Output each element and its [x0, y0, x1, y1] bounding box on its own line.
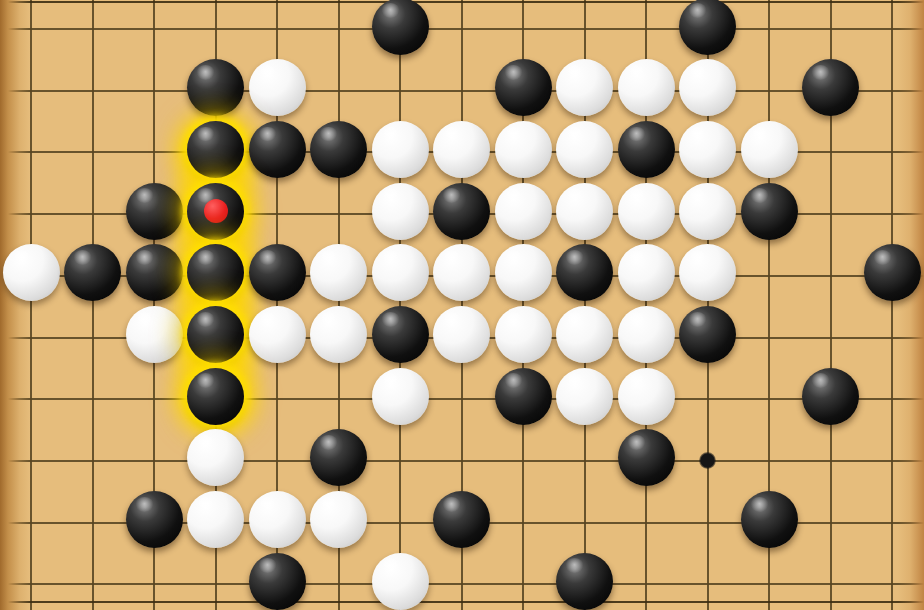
- stone-gloss: [565, 373, 584, 388]
- stone-white: [310, 306, 367, 363]
- stone-white: [556, 368, 613, 425]
- stone-gloss: [688, 127, 707, 142]
- stone-gloss: [688, 250, 707, 265]
- stone-black: [741, 491, 798, 548]
- stone-gloss: [135, 312, 154, 327]
- stone-gloss: [135, 250, 154, 265]
- stone-gloss: [688, 188, 707, 203]
- stone-black: [126, 244, 183, 301]
- stone-gloss: [381, 250, 400, 265]
- stone-white: [495, 121, 552, 178]
- stone-gloss: [627, 250, 646, 265]
- stone-black: [187, 244, 244, 301]
- stone-black: [310, 121, 367, 178]
- stone-black: [187, 121, 244, 178]
- stone-black: [618, 429, 675, 486]
- board-left-edge-shading: [0, 0, 30, 610]
- stone-black: [679, 0, 736, 55]
- stone-white: [372, 368, 429, 425]
- last-move-marker: [204, 199, 228, 223]
- stone-gloss: [442, 250, 461, 265]
- stone-gloss: [135, 188, 154, 203]
- stone-gloss: [196, 250, 215, 265]
- stone-white: [495, 306, 552, 363]
- stone-gloss: [873, 250, 892, 265]
- stone-gloss: [196, 127, 215, 142]
- stone-black: [249, 121, 306, 178]
- stone-gloss: [504, 373, 523, 388]
- stone-gloss: [196, 497, 215, 512]
- stone-black: [187, 368, 244, 425]
- stone-white: [618, 244, 675, 301]
- stone-black: [741, 183, 798, 240]
- stone-black: [679, 306, 736, 363]
- stone-white: [187, 429, 244, 486]
- grid-line-h-6: [0, 398, 924, 400]
- stone-black: [372, 0, 429, 55]
- grid-line-h-9: [0, 583, 924, 585]
- stone-black: [126, 491, 183, 548]
- stone-white: [249, 491, 306, 548]
- stone-white: [618, 59, 675, 116]
- stone-gloss: [12, 250, 31, 265]
- stone-black: [249, 553, 306, 610]
- stone-black: [126, 183, 183, 240]
- stone-gloss: [504, 312, 523, 327]
- stone-gloss: [135, 497, 154, 512]
- stone-gloss: [196, 65, 215, 80]
- stone-gloss: [258, 65, 277, 80]
- stone-gloss: [504, 65, 523, 80]
- stone-gloss: [258, 127, 277, 142]
- stone-white: [556, 183, 613, 240]
- stone-gloss: [319, 497, 338, 512]
- stone-black: [556, 244, 613, 301]
- stone-gloss: [381, 558, 400, 573]
- board-edge-top: [0, 1, 924, 3]
- stone-black: [802, 59, 859, 116]
- stone-gloss: [442, 312, 461, 327]
- stone-gloss: [627, 312, 646, 327]
- stone-gloss: [811, 373, 830, 388]
- grid-line-h-0: [0, 28, 924, 30]
- stone-gloss: [627, 435, 646, 450]
- stone-white: [495, 183, 552, 240]
- stone-gloss: [381, 312, 400, 327]
- stone-gloss: [442, 188, 461, 203]
- board-right-edge-shading: [898, 0, 924, 610]
- stone-white: [3, 244, 60, 301]
- stone-white: [372, 183, 429, 240]
- stone-gloss: [381, 373, 400, 388]
- stone-black: [249, 244, 306, 301]
- stone-gloss: [319, 250, 338, 265]
- stone-gloss: [258, 250, 277, 265]
- stone-black: [64, 244, 121, 301]
- stone-black: [495, 59, 552, 116]
- stone-gloss: [381, 188, 400, 203]
- stone-gloss: [627, 188, 646, 203]
- stone-gloss: [565, 65, 584, 80]
- stone-black: [618, 121, 675, 178]
- stone-white: [495, 244, 552, 301]
- stone-gloss: [688, 65, 707, 80]
- stone-gloss: [258, 497, 277, 512]
- stone-gloss: [319, 435, 338, 450]
- stone-white: [249, 59, 306, 116]
- stone-black: [433, 491, 490, 548]
- stone-white: [249, 306, 306, 363]
- stone-white: [372, 553, 429, 610]
- goban[interactable]: [0, 0, 924, 610]
- stone-black: [556, 553, 613, 610]
- stone-white: [679, 244, 736, 301]
- stone-white: [310, 244, 367, 301]
- stone-gloss: [565, 250, 584, 265]
- stone-white: [679, 59, 736, 116]
- stone-gloss: [504, 127, 523, 142]
- stone-gloss: [442, 497, 461, 512]
- stone-gloss: [504, 250, 523, 265]
- stone-gloss: [565, 312, 584, 327]
- stone-gloss: [688, 312, 707, 327]
- stone-gloss: [811, 65, 830, 80]
- stone-gloss: [504, 188, 523, 203]
- stone-white: [372, 121, 429, 178]
- stone-white: [433, 306, 490, 363]
- stone-black: [187, 59, 244, 116]
- stone-white: [618, 368, 675, 425]
- stone-gloss: [196, 312, 215, 327]
- grid-line-h-7: [0, 460, 924, 462]
- stone-white: [372, 244, 429, 301]
- stone-black: [433, 183, 490, 240]
- stone-white: [556, 121, 613, 178]
- stone-gloss: [258, 312, 277, 327]
- stone-white: [433, 121, 490, 178]
- stone-gloss: [442, 127, 461, 142]
- stone-gloss: [750, 188, 769, 203]
- grid-line-h-1: [0, 90, 924, 92]
- stone-gloss: [627, 127, 646, 142]
- stone-black: [495, 368, 552, 425]
- stone-white: [187, 491, 244, 548]
- stone-white: [618, 306, 675, 363]
- stone-gloss: [688, 3, 707, 18]
- stone-black: [187, 183, 244, 240]
- stone-gloss: [381, 127, 400, 142]
- stone-gloss: [565, 558, 584, 573]
- stone-white: [741, 121, 798, 178]
- stone-white: [310, 491, 367, 548]
- stone-black: [310, 429, 367, 486]
- stone-gloss: [627, 373, 646, 388]
- stone-gloss: [565, 188, 584, 203]
- stone-gloss: [627, 65, 646, 80]
- stone-gloss: [750, 127, 769, 142]
- stone-gloss: [196, 373, 215, 388]
- board-edge-bottom: [0, 601, 924, 603]
- stone-gloss: [73, 250, 92, 265]
- stone-white: [556, 306, 613, 363]
- stone-gloss: [319, 312, 338, 327]
- stone-gloss: [196, 435, 215, 450]
- stone-white: [556, 59, 613, 116]
- stone-white: [126, 306, 183, 363]
- stone-black: [372, 306, 429, 363]
- stone-gloss: [258, 558, 277, 573]
- stone-black: [864, 244, 921, 301]
- stone-white: [433, 244, 490, 301]
- stone-gloss: [381, 3, 400, 18]
- stone-white: [679, 183, 736, 240]
- stone-gloss: [319, 127, 338, 142]
- stone-white: [679, 121, 736, 178]
- stone-black: [187, 306, 244, 363]
- stone-gloss: [750, 497, 769, 512]
- stone-gloss: [565, 127, 584, 142]
- stone-black: [802, 368, 859, 425]
- stone-white: [618, 183, 675, 240]
